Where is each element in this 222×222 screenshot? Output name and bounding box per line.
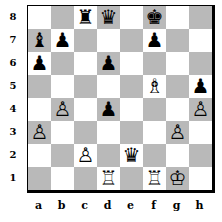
square-e3[interactable] [120, 121, 143, 144]
square-c7[interactable] [74, 29, 97, 52]
rank-label-8: 8 [0, 5, 26, 28]
square-h3[interactable] [189, 121, 212, 144]
rank-label-6: 6 [0, 51, 26, 74]
square-b1[interactable] [51, 167, 74, 190]
square-d5[interactable] [97, 75, 120, 98]
square-f1[interactable]: ♖ [143, 167, 166, 190]
square-f8[interactable]: ♚ [143, 6, 166, 29]
square-b6[interactable] [51, 52, 74, 75]
rank-label-7: 7 [0, 28, 26, 51]
square-a2[interactable] [28, 144, 51, 167]
file-label-c: c [73, 199, 96, 212]
square-h7[interactable] [189, 29, 212, 52]
square-d1[interactable]: ♖ [97, 167, 120, 190]
black-pawn-b7[interactable]: ♟ [51, 29, 74, 52]
white-pawn-b4[interactable]: ♙ [51, 98, 74, 121]
square-c3[interactable] [74, 121, 97, 144]
white-bishop-f5[interactable]: ♗ [143, 75, 166, 98]
square-a6[interactable]: ♟ [28, 52, 51, 75]
square-d8[interactable]: ♛ [97, 6, 120, 29]
black-king-f8[interactable]: ♚ [143, 6, 166, 29]
square-f7[interactable]: ♟ [143, 29, 166, 52]
rank-labels: 87654321 [0, 5, 26, 189]
square-g8[interactable] [166, 6, 189, 29]
rank-label-2: 2 [0, 143, 26, 166]
square-b2[interactable] [51, 144, 74, 167]
square-f6[interactable] [143, 52, 166, 75]
square-g1[interactable]: ♔ [166, 167, 189, 190]
square-e5[interactable] [120, 75, 143, 98]
square-e8[interactable] [120, 6, 143, 29]
chess-board: ♜♛♚♝♟♟♟♟♗♟♙♟♙♙♙♙♛♖♖♔ [27, 5, 215, 193]
square-h8[interactable] [189, 6, 212, 29]
square-a5[interactable] [28, 75, 51, 98]
file-label-h: h [188, 199, 211, 212]
square-h2[interactable] [189, 144, 212, 167]
square-g2[interactable] [166, 144, 189, 167]
square-c4[interactable] [74, 98, 97, 121]
file-label-e: e [119, 199, 142, 212]
square-a1[interactable] [28, 167, 51, 190]
black-pawn-d6[interactable]: ♟ [97, 52, 120, 75]
black-pawn-d4[interactable]: ♟ [97, 98, 120, 121]
square-b7[interactable]: ♟ [51, 29, 74, 52]
rank-label-1: 1 [0, 166, 26, 189]
square-h5[interactable]: ♟ [189, 75, 212, 98]
square-g4[interactable] [166, 98, 189, 121]
square-e2[interactable]: ♛ [120, 144, 143, 167]
square-f5[interactable]: ♗ [143, 75, 166, 98]
white-pawn-h4[interactable]: ♙ [189, 98, 212, 121]
file-label-d: d [96, 199, 119, 212]
square-d3[interactable] [97, 121, 120, 144]
square-g6[interactable] [166, 52, 189, 75]
square-g3[interactable]: ♙ [166, 121, 189, 144]
square-f2[interactable] [143, 144, 166, 167]
black-pawn-h5[interactable]: ♟ [189, 75, 212, 98]
square-c8[interactable]: ♜ [74, 6, 97, 29]
square-g7[interactable] [166, 29, 189, 52]
square-b4[interactable]: ♙ [51, 98, 74, 121]
square-c2[interactable]: ♙ [74, 144, 97, 167]
square-f4[interactable] [143, 98, 166, 121]
white-rook-d1[interactable]: ♖ [97, 167, 120, 190]
square-c5[interactable] [74, 75, 97, 98]
square-h6[interactable] [189, 52, 212, 75]
square-a4[interactable] [28, 98, 51, 121]
file-label-f: f [142, 199, 165, 212]
white-pawn-g3[interactable]: ♙ [166, 121, 189, 144]
black-rook-c8[interactable]: ♜ [74, 6, 97, 29]
square-d6[interactable]: ♟ [97, 52, 120, 75]
square-f3[interactable] [143, 121, 166, 144]
square-b8[interactable] [51, 6, 74, 29]
black-pawn-a6[interactable]: ♟ [28, 52, 51, 75]
chess-diagram: 87654321 ♜♛♚♝♟♟♟♟♗♟♙♟♙♙♙♙♛♖♖♔ abcdefgh [0, 0, 222, 222]
file-label-g: g [165, 199, 188, 212]
square-c6[interactable] [74, 52, 97, 75]
square-e4[interactable] [120, 98, 143, 121]
white-pawn-a3[interactable]: ♙ [28, 121, 51, 144]
square-a8[interactable] [28, 6, 51, 29]
rank-label-3: 3 [0, 120, 26, 143]
square-b5[interactable] [51, 75, 74, 98]
black-queen-d8[interactable]: ♛ [97, 6, 120, 29]
square-h4[interactable]: ♙ [189, 98, 212, 121]
square-c1[interactable] [74, 167, 97, 190]
file-label-a: a [27, 199, 50, 212]
white-king-g1[interactable]: ♔ [166, 167, 189, 190]
square-a3[interactable]: ♙ [28, 121, 51, 144]
rank-label-4: 4 [0, 97, 26, 120]
file-labels: abcdefgh [27, 199, 211, 212]
square-e1[interactable] [120, 167, 143, 190]
black-pawn-f7[interactable]: ♟ [143, 29, 166, 52]
black-queen-e2[interactable]: ♛ [120, 144, 143, 167]
square-e6[interactable] [120, 52, 143, 75]
square-g5[interactable] [166, 75, 189, 98]
square-d7[interactable] [97, 29, 120, 52]
square-b3[interactable] [51, 121, 74, 144]
square-d4[interactable]: ♟ [97, 98, 120, 121]
square-e7[interactable] [120, 29, 143, 52]
black-bishop-a7[interactable]: ♝ [28, 29, 51, 52]
file-label-b: b [50, 199, 73, 212]
white-pawn-c2[interactable]: ♙ [74, 144, 97, 167]
square-a7[interactable]: ♝ [28, 29, 51, 52]
square-d2[interactable] [97, 144, 120, 167]
square-h1[interactable] [189, 167, 212, 190]
white-rook-f1[interactable]: ♖ [143, 167, 166, 190]
rank-label-5: 5 [0, 74, 26, 97]
